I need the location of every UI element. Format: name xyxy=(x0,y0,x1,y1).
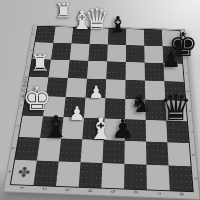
piece-black-pawn-c7[interactable]: ♟ xyxy=(161,49,181,71)
piece-black-pawn-g5[interactable]: ♟ xyxy=(111,116,134,142)
piece-black-bishop-g2[interactable]: ♝ xyxy=(43,112,70,142)
piece-white-rook-d1[interactable]: ♜ xyxy=(30,52,51,75)
pieces-layer: ♜♝♛♝♚♟♜♟♚♞♟♛♝♟♝ xyxy=(0,0,200,200)
piece-black-queen-f8[interactable]: ♛ xyxy=(160,90,192,126)
piece-white-pawn-e4[interactable]: ♟ xyxy=(88,84,103,101)
piece-white-queen-b4[interactable]: ♛ xyxy=(84,5,110,34)
piece-white-bishop-g4[interactable]: ♝ xyxy=(88,114,115,144)
piece-black-bishop-b5[interactable]: ♝ xyxy=(108,14,128,36)
piece-white-pawn-f3[interactable]: ♟ xyxy=(68,104,85,123)
piece-black-knight-e6[interactable]: ♞ xyxy=(130,92,152,116)
chessboard-photo-scene: ✤ 12345678 abcdefgh abcdefgh ❖ US CHESS … xyxy=(0,0,200,200)
